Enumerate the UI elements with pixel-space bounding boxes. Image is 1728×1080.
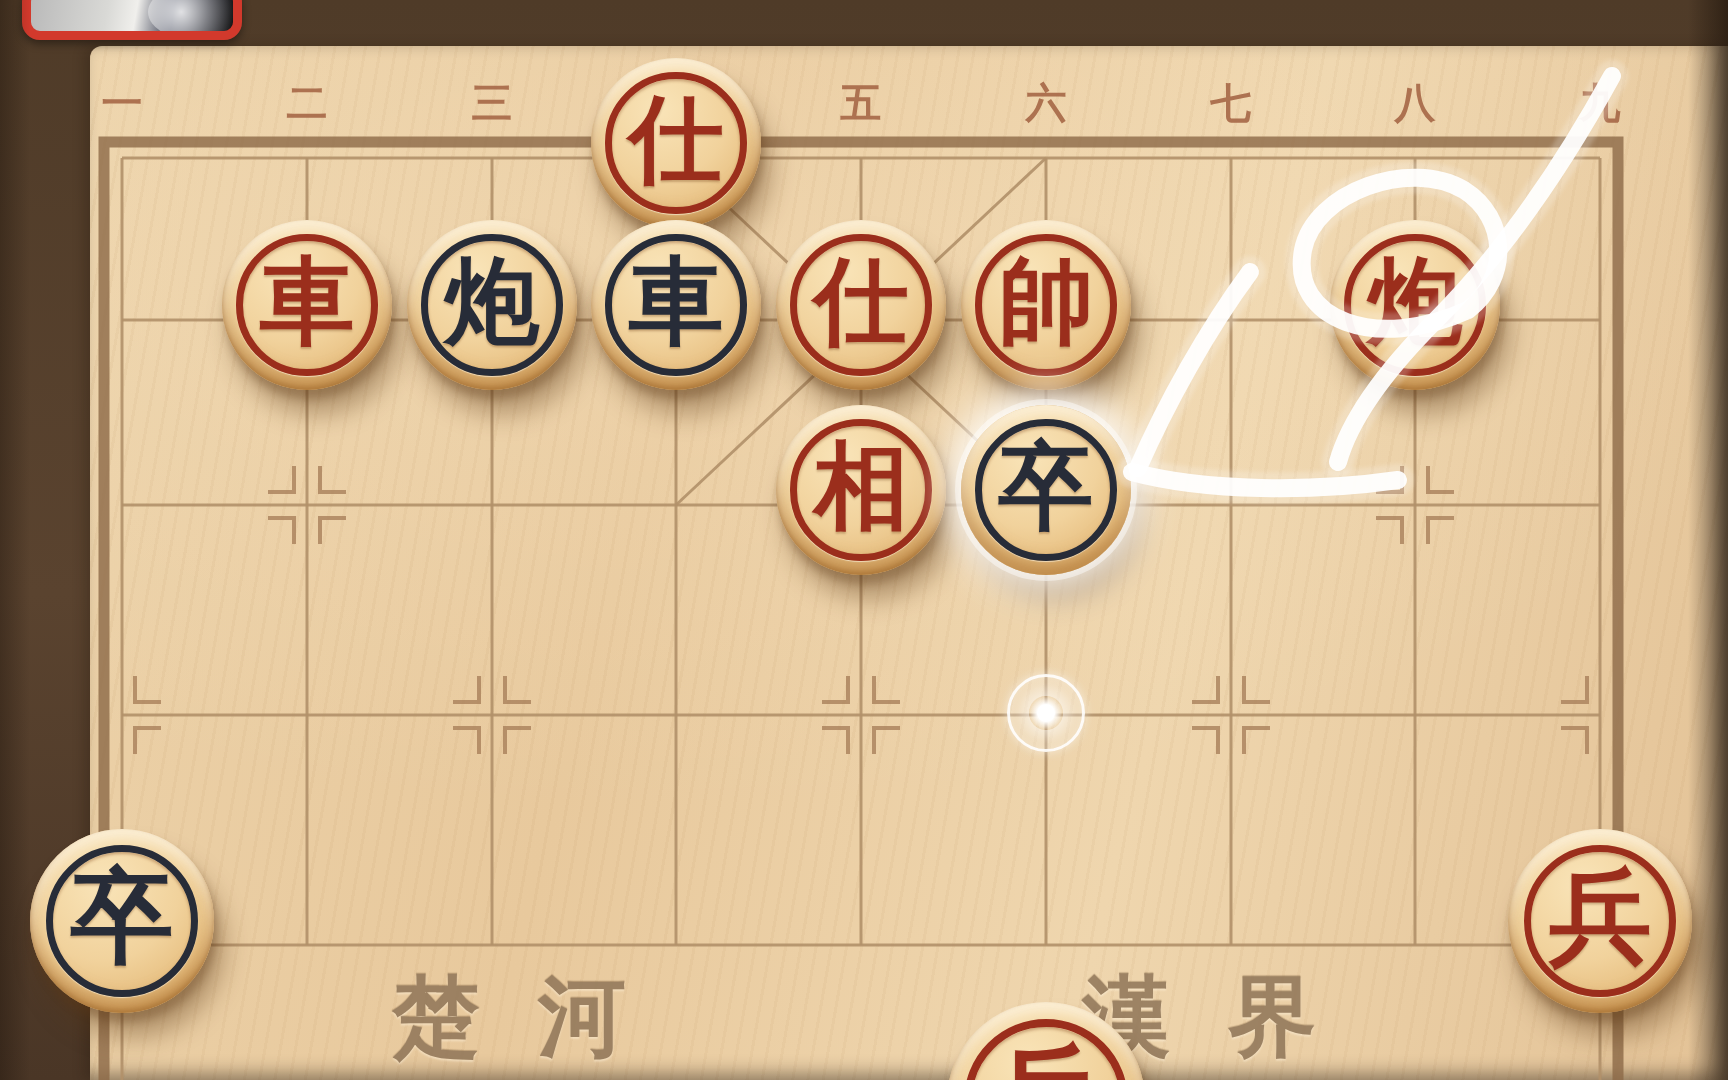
piece-character: 兵 (1508, 825, 1692, 1009)
column-label-5: 五 (841, 76, 882, 131)
piece-character: 卒 (961, 402, 1131, 572)
piece-character: 炮 (1330, 217, 1500, 387)
piece-red-兵-file9-rank5[interactable]: 兵 (1508, 829, 1692, 1013)
piece-red-仕-file5-rank2[interactable]: 仕 (776, 220, 946, 390)
piece-red-相-file5-rank3[interactable]: 相 (776, 405, 946, 575)
piece-black-卒-file1-rank5[interactable]: 卒 (30, 829, 214, 1013)
piece-character: 仕 (591, 55, 761, 225)
piece-red-炮-file8-rank2[interactable]: 炮 (1330, 220, 1500, 390)
piece-character: 炮 (407, 217, 577, 387)
column-label-9: 九 (1580, 76, 1621, 131)
piece-character: 帥 (961, 217, 1131, 387)
webcam-overlay (22, 0, 242, 40)
piece-black-車-file4-rank2[interactable]: 車 (591, 220, 761, 390)
piece-red-車-file2-rank2[interactable]: 車 (222, 220, 392, 390)
column-label-2: 二 (287, 76, 328, 131)
piece-red-兵-file6-rank6[interactable]: 兵 (947, 1002, 1145, 1080)
piece-black-卒-file6-rank3[interactable]: 卒 (961, 405, 1131, 575)
move-origin-indicator (1007, 674, 1085, 752)
piece-character: 兵 (947, 998, 1145, 1080)
column-label-1: 一 (102, 76, 143, 131)
piece-character: 相 (776, 402, 946, 572)
piece-character: 卒 (30, 825, 214, 1009)
piece-character: 仕 (776, 217, 946, 387)
game-screen: 一二三四五六七八九 楚河 漢界 仕車炮車仕帥炮相卒卒兵兵 (0, 0, 1728, 1080)
river-label-chu-he: 楚河 (392, 958, 684, 1077)
webcam-image (148, 0, 242, 40)
column-label-7: 七 (1211, 76, 1252, 131)
piece-character: 車 (222, 217, 392, 387)
column-label-8: 八 (1395, 76, 1436, 131)
column-label-3: 三 (472, 76, 513, 131)
piece-red-仕-file4-rank1[interactable]: 仕 (591, 58, 761, 228)
river-text-left: 楚河 (392, 969, 684, 1066)
piece-red-帥-file6-rank2[interactable]: 帥 (961, 220, 1131, 390)
piece-black-炮-file3-rank2[interactable]: 炮 (407, 220, 577, 390)
move-origin-glow (1029, 696, 1063, 730)
piece-character: 車 (591, 217, 761, 387)
column-label-6: 六 (1026, 76, 1067, 131)
